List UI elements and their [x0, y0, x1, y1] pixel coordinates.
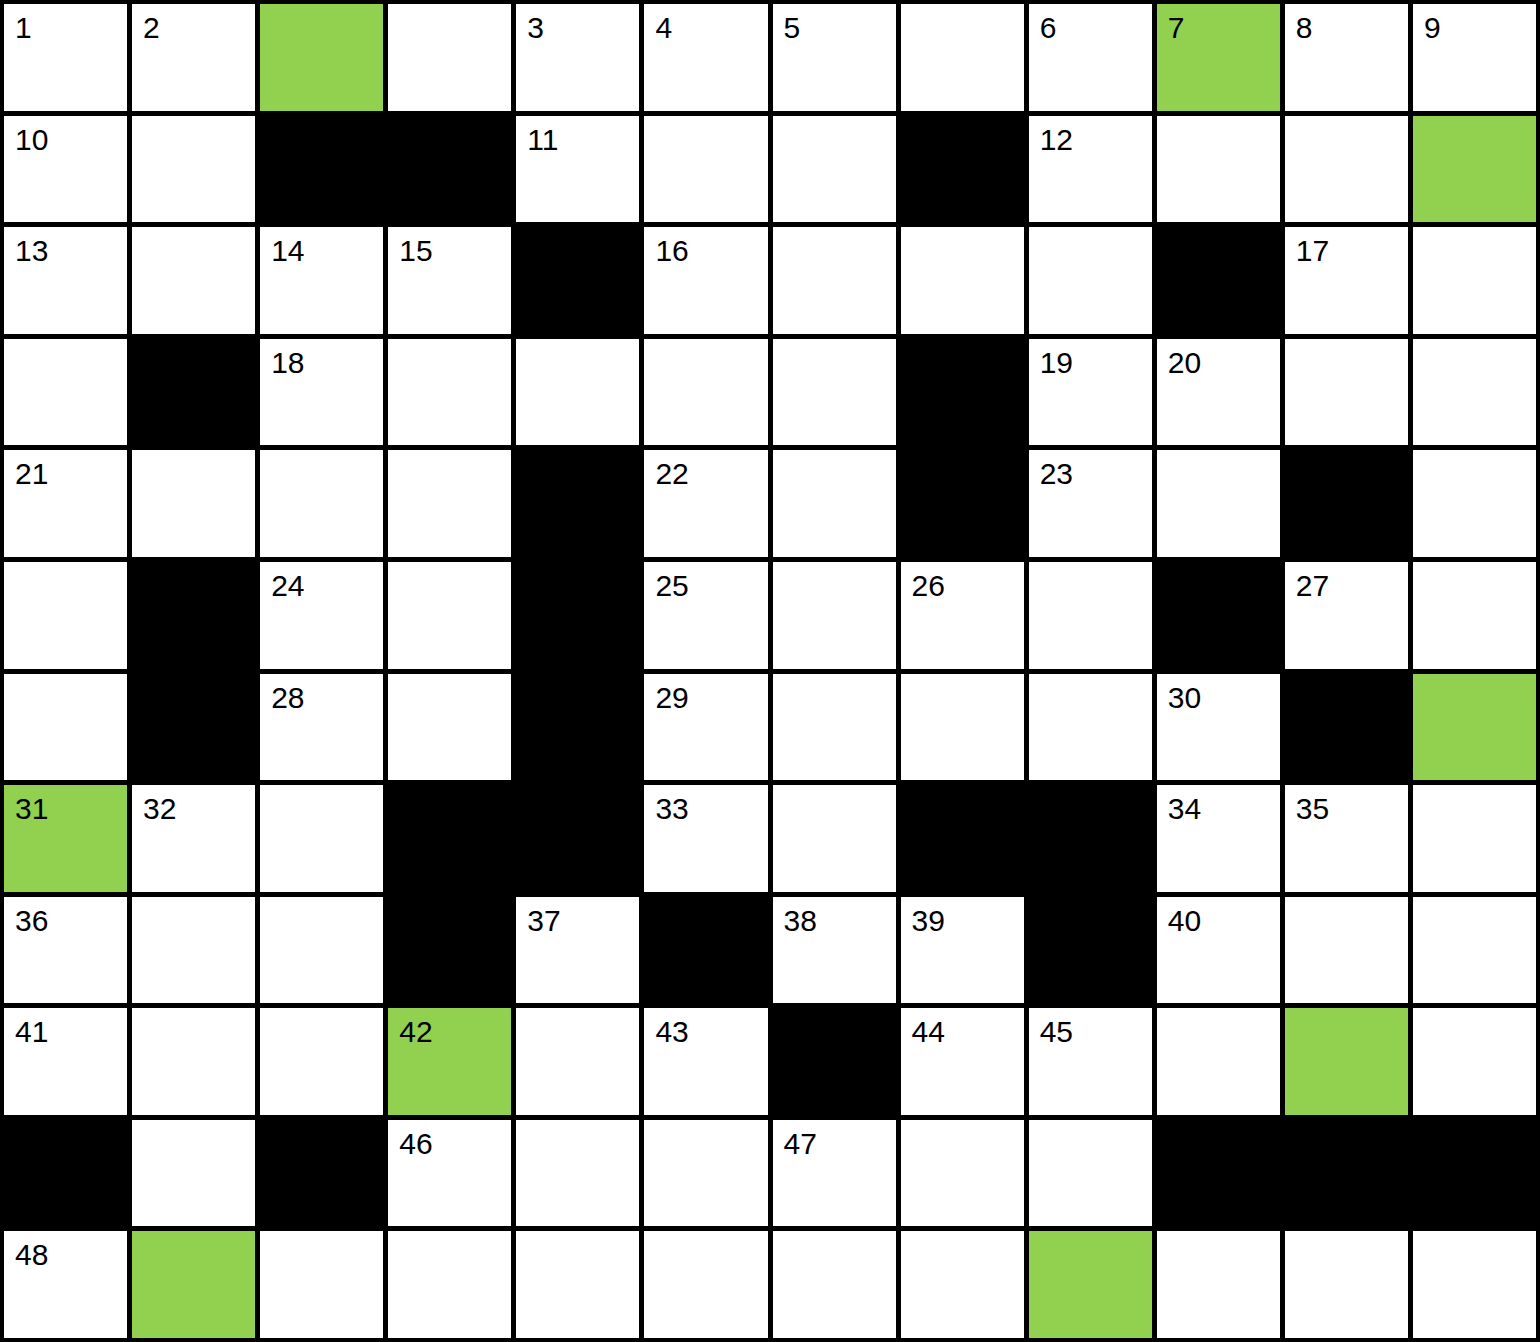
block-cell-10-9 — [1157, 1120, 1280, 1227]
cell-4-0[interactable]: 21 — [4, 450, 127, 557]
block-cell-9-6 — [773, 1008, 896, 1115]
cell-1-4[interactable]: 11 — [516, 116, 639, 223]
cell-0-1[interactable]: 2 — [132, 4, 255, 111]
clue-number-46: 46 — [399, 1129, 432, 1159]
clue-number-28: 28 — [271, 683, 304, 713]
cell-11-6[interactable] — [773, 1231, 896, 1338]
cell-10-7[interactable] — [901, 1120, 1024, 1227]
clue-number-18: 18 — [271, 348, 304, 378]
cell-2-2[interactable]: 14 — [260, 227, 383, 334]
highlight-cell-9-3[interactable]: 42 — [388, 1008, 511, 1115]
block-cell-10-0 — [4, 1120, 127, 1227]
cell-9-1[interactable] — [132, 1008, 255, 1115]
cell-6-5[interactable]: 29 — [644, 674, 767, 781]
cell-0-10[interactable]: 8 — [1285, 4, 1408, 111]
cell-10-3[interactable]: 46 — [388, 1120, 511, 1227]
cell-7-5[interactable]: 33 — [644, 785, 767, 892]
cell-11-7[interactable] — [901, 1231, 1024, 1338]
clue-number-16: 16 — [655, 236, 688, 266]
cell-1-9[interactable] — [1157, 116, 1280, 223]
clue-number-38: 38 — [784, 906, 817, 936]
cell-3-6[interactable] — [773, 339, 896, 446]
clue-number-20: 20 — [1168, 348, 1201, 378]
cell-5-11[interactable] — [1413, 562, 1536, 669]
cell-4-1[interactable] — [132, 450, 255, 557]
cell-8-7[interactable]: 39 — [901, 897, 1024, 1004]
cell-9-9[interactable] — [1157, 1008, 1280, 1115]
block-cell-2-4 — [516, 227, 639, 334]
cell-3-3[interactable] — [388, 339, 511, 446]
cell-1-5[interactable] — [644, 116, 767, 223]
block-cell-10-11 — [1413, 1120, 1536, 1227]
cell-2-8[interactable] — [1029, 227, 1152, 334]
cell-7-9[interactable]: 34 — [1157, 785, 1280, 892]
cell-0-0[interactable]: 1 — [4, 4, 127, 111]
cell-3-11[interactable] — [1413, 339, 1536, 446]
block-cell-2-9 — [1157, 227, 1280, 334]
cell-11-10[interactable] — [1285, 1231, 1408, 1338]
cell-11-9[interactable] — [1157, 1231, 1280, 1338]
cell-1-6[interactable] — [773, 116, 896, 223]
clue-number-23: 23 — [1040, 459, 1073, 489]
cell-10-8[interactable] — [1029, 1120, 1152, 1227]
cell-8-1[interactable] — [132, 897, 255, 1004]
clue-number-27: 27 — [1296, 571, 1329, 601]
highlight-cell-0-9[interactable]: 7 — [1157, 4, 1280, 111]
block-cell-8-5 — [644, 897, 767, 1004]
cell-2-0[interactable]: 13 — [4, 227, 127, 334]
cell-10-6[interactable]: 47 — [773, 1120, 896, 1227]
cell-0-11[interactable]: 9 — [1413, 4, 1536, 111]
clue-number-40: 40 — [1168, 906, 1201, 936]
cell-4-9[interactable] — [1157, 450, 1280, 557]
block-cell-7-3 — [388, 785, 511, 892]
clue-number-48: 48 — [15, 1240, 48, 1270]
cell-7-11[interactable] — [1413, 785, 1536, 892]
cell-1-10[interactable] — [1285, 116, 1408, 223]
cell-6-8[interactable] — [1029, 674, 1152, 781]
cell-9-2[interactable] — [260, 1008, 383, 1115]
clue-number-4: 4 — [655, 13, 672, 43]
cell-7-10[interactable]: 35 — [1285, 785, 1408, 892]
clue-number-12: 12 — [1040, 125, 1073, 155]
cell-0-6[interactable]: 5 — [773, 4, 896, 111]
cell-4-6[interactable] — [773, 450, 896, 557]
cell-7-1[interactable]: 32 — [132, 785, 255, 892]
cell-4-3[interactable] — [388, 450, 511, 557]
clue-number-1: 1 — [15, 13, 32, 43]
block-cell-5-9 — [1157, 562, 1280, 669]
clue-number-39: 39 — [912, 906, 945, 936]
block-cell-6-1 — [132, 674, 255, 781]
cell-9-7[interactable]: 44 — [901, 1008, 1024, 1115]
cell-0-5[interactable]: 4 — [644, 4, 767, 111]
clue-number-8: 8 — [1296, 13, 1313, 43]
cell-2-6[interactable] — [773, 227, 896, 334]
cell-0-3[interactable] — [388, 4, 511, 111]
cell-6-7[interactable] — [901, 674, 1024, 781]
cell-6-0[interactable] — [4, 674, 127, 781]
highlight-cell-0-2[interactable] — [260, 4, 383, 111]
clue-number-2: 2 — [143, 13, 160, 43]
cell-2-3[interactable]: 15 — [388, 227, 511, 334]
clue-number-33: 33 — [655, 794, 688, 824]
clue-number-6: 6 — [1040, 13, 1057, 43]
cell-2-11[interactable] — [1413, 227, 1536, 334]
block-cell-1-2 — [260, 116, 383, 223]
highlight-cell-9-10[interactable] — [1285, 1008, 1408, 1115]
cell-5-0[interactable] — [4, 562, 127, 669]
block-cell-8-8 — [1029, 897, 1152, 1004]
cell-5-6[interactable] — [773, 562, 896, 669]
block-cell-10-10 — [1285, 1120, 1408, 1227]
cell-11-0[interactable]: 48 — [4, 1231, 127, 1338]
cell-3-0[interactable] — [4, 339, 127, 446]
highlight-cell-11-1[interactable] — [132, 1231, 255, 1338]
cell-8-2[interactable] — [260, 897, 383, 1004]
cell-10-1[interactable] — [132, 1120, 255, 1227]
cell-2-1[interactable] — [132, 227, 255, 334]
clue-number-37: 37 — [527, 906, 560, 936]
clue-number-13: 13 — [15, 236, 48, 266]
crossword-board: 1234567891011121314151617181920212223242… — [0, 0, 1540, 1342]
block-cell-4-10 — [1285, 450, 1408, 557]
highlight-cell-7-0[interactable]: 31 — [4, 785, 127, 892]
cell-11-5[interactable] — [644, 1231, 767, 1338]
cell-6-6[interactable] — [773, 674, 896, 781]
block-cell-3-7 — [901, 339, 1024, 446]
block-cell-8-3 — [388, 897, 511, 1004]
cell-10-4[interactable] — [516, 1120, 639, 1227]
cell-3-4[interactable] — [516, 339, 639, 446]
clue-number-24: 24 — [271, 571, 304, 601]
block-cell-7-7 — [901, 785, 1024, 892]
block-cell-6-4 — [516, 674, 639, 781]
cell-5-10[interactable]: 27 — [1285, 562, 1408, 669]
cell-2-7[interactable] — [901, 227, 1024, 334]
block-cell-4-7 — [901, 450, 1024, 557]
cell-8-6[interactable]: 38 — [773, 897, 896, 1004]
cell-4-11[interactable] — [1413, 450, 1536, 557]
cell-10-5[interactable] — [644, 1120, 767, 1227]
cell-8-10[interactable] — [1285, 897, 1408, 1004]
cell-4-5[interactable]: 22 — [644, 450, 767, 557]
block-cell-1-3 — [388, 116, 511, 223]
cell-1-8[interactable]: 12 — [1029, 116, 1152, 223]
block-cell-7-8 — [1029, 785, 1152, 892]
cell-5-7[interactable]: 26 — [901, 562, 1024, 669]
cell-2-10[interactable]: 17 — [1285, 227, 1408, 334]
clue-number-47: 47 — [784, 1129, 817, 1159]
clue-number-41: 41 — [15, 1017, 48, 1047]
cell-9-0[interactable]: 41 — [4, 1008, 127, 1115]
clue-number-36: 36 — [15, 906, 48, 936]
cell-5-3[interactable] — [388, 562, 511, 669]
clue-number-9: 9 — [1424, 13, 1441, 43]
block-cell-10-2 — [260, 1120, 383, 1227]
block-cell-6-10 — [1285, 674, 1408, 781]
clue-number-10: 10 — [15, 125, 48, 155]
clue-number-31: 31 — [15, 794, 48, 824]
cell-7-2[interactable] — [260, 785, 383, 892]
cell-9-5[interactable]: 43 — [644, 1008, 767, 1115]
clue-number-22: 22 — [655, 459, 688, 489]
clue-number-25: 25 — [655, 571, 688, 601]
clue-number-30: 30 — [1168, 683, 1201, 713]
highlight-cell-6-11[interactable] — [1413, 674, 1536, 781]
cell-0-4[interactable]: 3 — [516, 4, 639, 111]
cell-8-4[interactable]: 37 — [516, 897, 639, 1004]
cell-11-4[interactable] — [516, 1231, 639, 1338]
cell-3-9[interactable]: 20 — [1157, 339, 1280, 446]
cell-6-9[interactable]: 30 — [1157, 674, 1280, 781]
block-cell-7-4 — [516, 785, 639, 892]
clue-number-45: 45 — [1040, 1017, 1073, 1047]
cell-11-3[interactable] — [388, 1231, 511, 1338]
cell-5-5[interactable]: 25 — [644, 562, 767, 669]
cell-8-0[interactable]: 36 — [4, 897, 127, 1004]
block-cell-3-1 — [132, 339, 255, 446]
cell-3-5[interactable] — [644, 339, 767, 446]
cell-11-11[interactable] — [1413, 1231, 1536, 1338]
cell-9-11[interactable] — [1413, 1008, 1536, 1115]
cell-6-3[interactable] — [388, 674, 511, 781]
clue-number-3: 3 — [527, 13, 544, 43]
block-cell-5-1 — [132, 562, 255, 669]
clue-number-5: 5 — [784, 13, 801, 43]
cell-0-8[interactable]: 6 — [1029, 4, 1152, 111]
cell-5-2[interactable]: 24 — [260, 562, 383, 669]
clue-number-19: 19 — [1040, 348, 1073, 378]
clue-number-29: 29 — [655, 683, 688, 713]
cell-11-2[interactable] — [260, 1231, 383, 1338]
cell-0-7[interactable] — [901, 4, 1024, 111]
cell-3-2[interactable]: 18 — [260, 339, 383, 446]
cell-1-1[interactable] — [132, 116, 255, 223]
clue-number-32: 32 — [143, 794, 176, 824]
clue-number-11: 11 — [527, 125, 558, 155]
clue-number-17: 17 — [1296, 236, 1329, 266]
block-cell-4-4 — [516, 450, 639, 557]
clue-number-35: 35 — [1296, 794, 1329, 824]
clue-number-26: 26 — [912, 571, 945, 601]
highlight-cell-11-8[interactable] — [1029, 1231, 1152, 1338]
cell-4-2[interactable] — [260, 450, 383, 557]
block-cell-1-7 — [901, 116, 1024, 223]
clue-number-44: 44 — [912, 1017, 945, 1047]
highlight-cell-1-11[interactable] — [1413, 116, 1536, 223]
cell-9-4[interactable] — [516, 1008, 639, 1115]
cell-3-8[interactable]: 19 — [1029, 339, 1152, 446]
cell-2-5[interactable]: 16 — [644, 227, 767, 334]
cell-8-11[interactable] — [1413, 897, 1536, 1004]
cell-4-8[interactable]: 23 — [1029, 450, 1152, 557]
cell-7-6[interactable] — [773, 785, 896, 892]
cell-5-8[interactable] — [1029, 562, 1152, 669]
clue-number-15: 15 — [399, 236, 432, 266]
clue-number-34: 34 — [1168, 794, 1201, 824]
cell-8-9[interactable]: 40 — [1157, 897, 1280, 1004]
clue-number-21: 21 — [15, 459, 48, 489]
clue-number-43: 43 — [655, 1017, 688, 1047]
cell-9-8[interactable]: 45 — [1029, 1008, 1152, 1115]
cell-3-10[interactable] — [1285, 339, 1408, 446]
clue-number-14: 14 — [271, 236, 304, 266]
clue-number-7: 7 — [1168, 13, 1185, 43]
cell-6-2[interactable]: 28 — [260, 674, 383, 781]
clue-number-42: 42 — [399, 1017, 432, 1047]
cell-1-0[interactable]: 10 — [4, 116, 127, 223]
block-cell-5-4 — [516, 562, 639, 669]
